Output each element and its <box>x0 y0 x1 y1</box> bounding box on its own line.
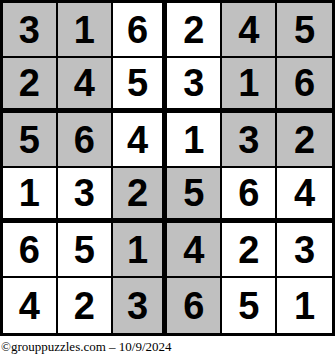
sudoku-cell-r2c5: 1 <box>222 58 277 113</box>
sudoku-cell-r3c6: 2 <box>277 113 332 168</box>
sudoku-cell-r5c4: 4 <box>167 223 222 278</box>
sudoku-cell-r2c3: 5 <box>113 58 168 113</box>
sudoku-cell-r6c6: 1 <box>277 278 332 333</box>
sudoku-cell-r5c5: 2 <box>222 223 277 278</box>
sudoku-cell-r2c4: 3 <box>167 58 222 113</box>
sudoku-cell-r3c4: 1 <box>167 113 222 168</box>
sudoku-cell-r3c1: 5 <box>3 113 58 168</box>
sudoku-cell-r5c6: 3 <box>277 223 332 278</box>
sudoku-cell-r1c5: 4 <box>222 3 277 58</box>
sudoku-cell-r1c4: 2 <box>167 3 222 58</box>
copyright-credit: ©grouppuzzles.com – 10/9/2024 <box>1 339 172 354</box>
sudoku-cell-r3c5: 3 <box>222 113 277 168</box>
sudoku-cell-r1c2: 1 <box>58 3 113 58</box>
sudoku-cell-r4c6: 4 <box>277 168 332 223</box>
sudoku-cell-r4c4: 5 <box>167 168 222 223</box>
sudoku-cell-r2c2: 4 <box>58 58 113 113</box>
sudoku-cell-r4c1: 1 <box>3 168 58 223</box>
sudoku-cell-r3c2: 6 <box>58 113 113 168</box>
sudoku-cell-r6c2: 2 <box>58 278 113 333</box>
sudoku-cell-r6c5: 5 <box>222 278 277 333</box>
sudoku-cell-r5c2: 5 <box>58 223 113 278</box>
page: 316245245316564132132564651423423651 ©gr… <box>0 0 335 357</box>
sudoku-cell-r1c6: 5 <box>277 3 332 58</box>
sudoku-cell-r1c1: 3 <box>3 3 58 58</box>
sudoku-cell-r5c1: 6 <box>3 223 58 278</box>
sudoku-cell-r3c3: 4 <box>113 113 168 168</box>
sudoku-board: 316245245316564132132564651423423651 <box>0 0 335 336</box>
sudoku-cell-r4c2: 3 <box>58 168 113 223</box>
sudoku-cell-r1c3: 6 <box>113 3 168 58</box>
sudoku-cell-r6c4: 6 <box>167 278 222 333</box>
sudoku-cell-r6c3: 3 <box>113 278 168 333</box>
sudoku-cell-r4c5: 6 <box>222 168 277 223</box>
sudoku-cell-r2c1: 2 <box>3 58 58 113</box>
sudoku-cell-r6c1: 4 <box>3 278 58 333</box>
sudoku-cell-r2c6: 6 <box>277 58 332 113</box>
sudoku-cell-r5c3: 1 <box>113 223 168 278</box>
sudoku-cell-r4c3: 2 <box>113 168 168 223</box>
